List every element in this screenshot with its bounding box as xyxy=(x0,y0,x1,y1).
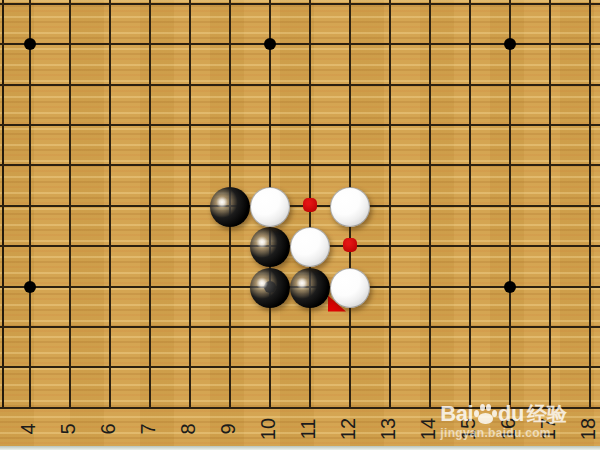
red-dot-marker xyxy=(303,198,317,212)
page-background-strip xyxy=(0,446,600,450)
white-stone xyxy=(290,227,330,267)
star-point xyxy=(24,38,36,50)
column-label: 11 xyxy=(291,418,325,440)
star-point xyxy=(504,38,516,50)
black-stone xyxy=(290,268,330,308)
star-point xyxy=(264,38,276,50)
go-board-diagram: 456789101112131415161718 Bai du 经验 jingy… xyxy=(0,0,600,450)
black-stone xyxy=(250,268,290,308)
watermark-bai-text: Bai xyxy=(440,403,473,425)
watermark-logo-line: Bai du 经验 xyxy=(440,403,567,425)
grid-line-horizontal xyxy=(0,164,600,166)
watermark-jingyan-text: 经验 xyxy=(527,404,567,424)
column-label: 7 xyxy=(131,418,165,440)
white-stone xyxy=(250,187,290,227)
baidu-jingyan-watermark: Bai du 经验 jingyan.baidu.com xyxy=(440,403,567,439)
column-label: 4 xyxy=(11,418,45,440)
column-label: 9 xyxy=(211,418,245,440)
black-stone xyxy=(210,187,250,227)
column-label: 12 xyxy=(331,418,365,440)
grid-line-horizontal xyxy=(0,205,600,207)
grid-line-horizontal xyxy=(0,124,600,126)
grid-line-horizontal xyxy=(0,84,600,86)
baidu-paw-icon xyxy=(474,403,497,425)
column-label: 6 xyxy=(91,418,125,440)
grid-line-horizontal xyxy=(0,3,600,5)
column-label: 5 xyxy=(51,418,85,440)
grid-line-horizontal xyxy=(0,326,600,328)
white-stone xyxy=(330,268,370,308)
watermark-url: jingyan.baidu.com xyxy=(440,427,567,439)
star-point xyxy=(24,281,36,293)
go-board: 456789101112131415161718 xyxy=(0,0,600,450)
grid-line-horizontal xyxy=(0,366,600,368)
star-point xyxy=(504,281,516,293)
watermark-du-text: du xyxy=(498,403,524,425)
column-label: 10 xyxy=(251,418,285,440)
red-dot-marker xyxy=(343,238,357,252)
column-label: 13 xyxy=(371,418,405,440)
column-label: 18 xyxy=(571,418,600,440)
column-label: 8 xyxy=(171,418,205,440)
black-stone xyxy=(250,227,290,267)
white-stone xyxy=(330,187,370,227)
